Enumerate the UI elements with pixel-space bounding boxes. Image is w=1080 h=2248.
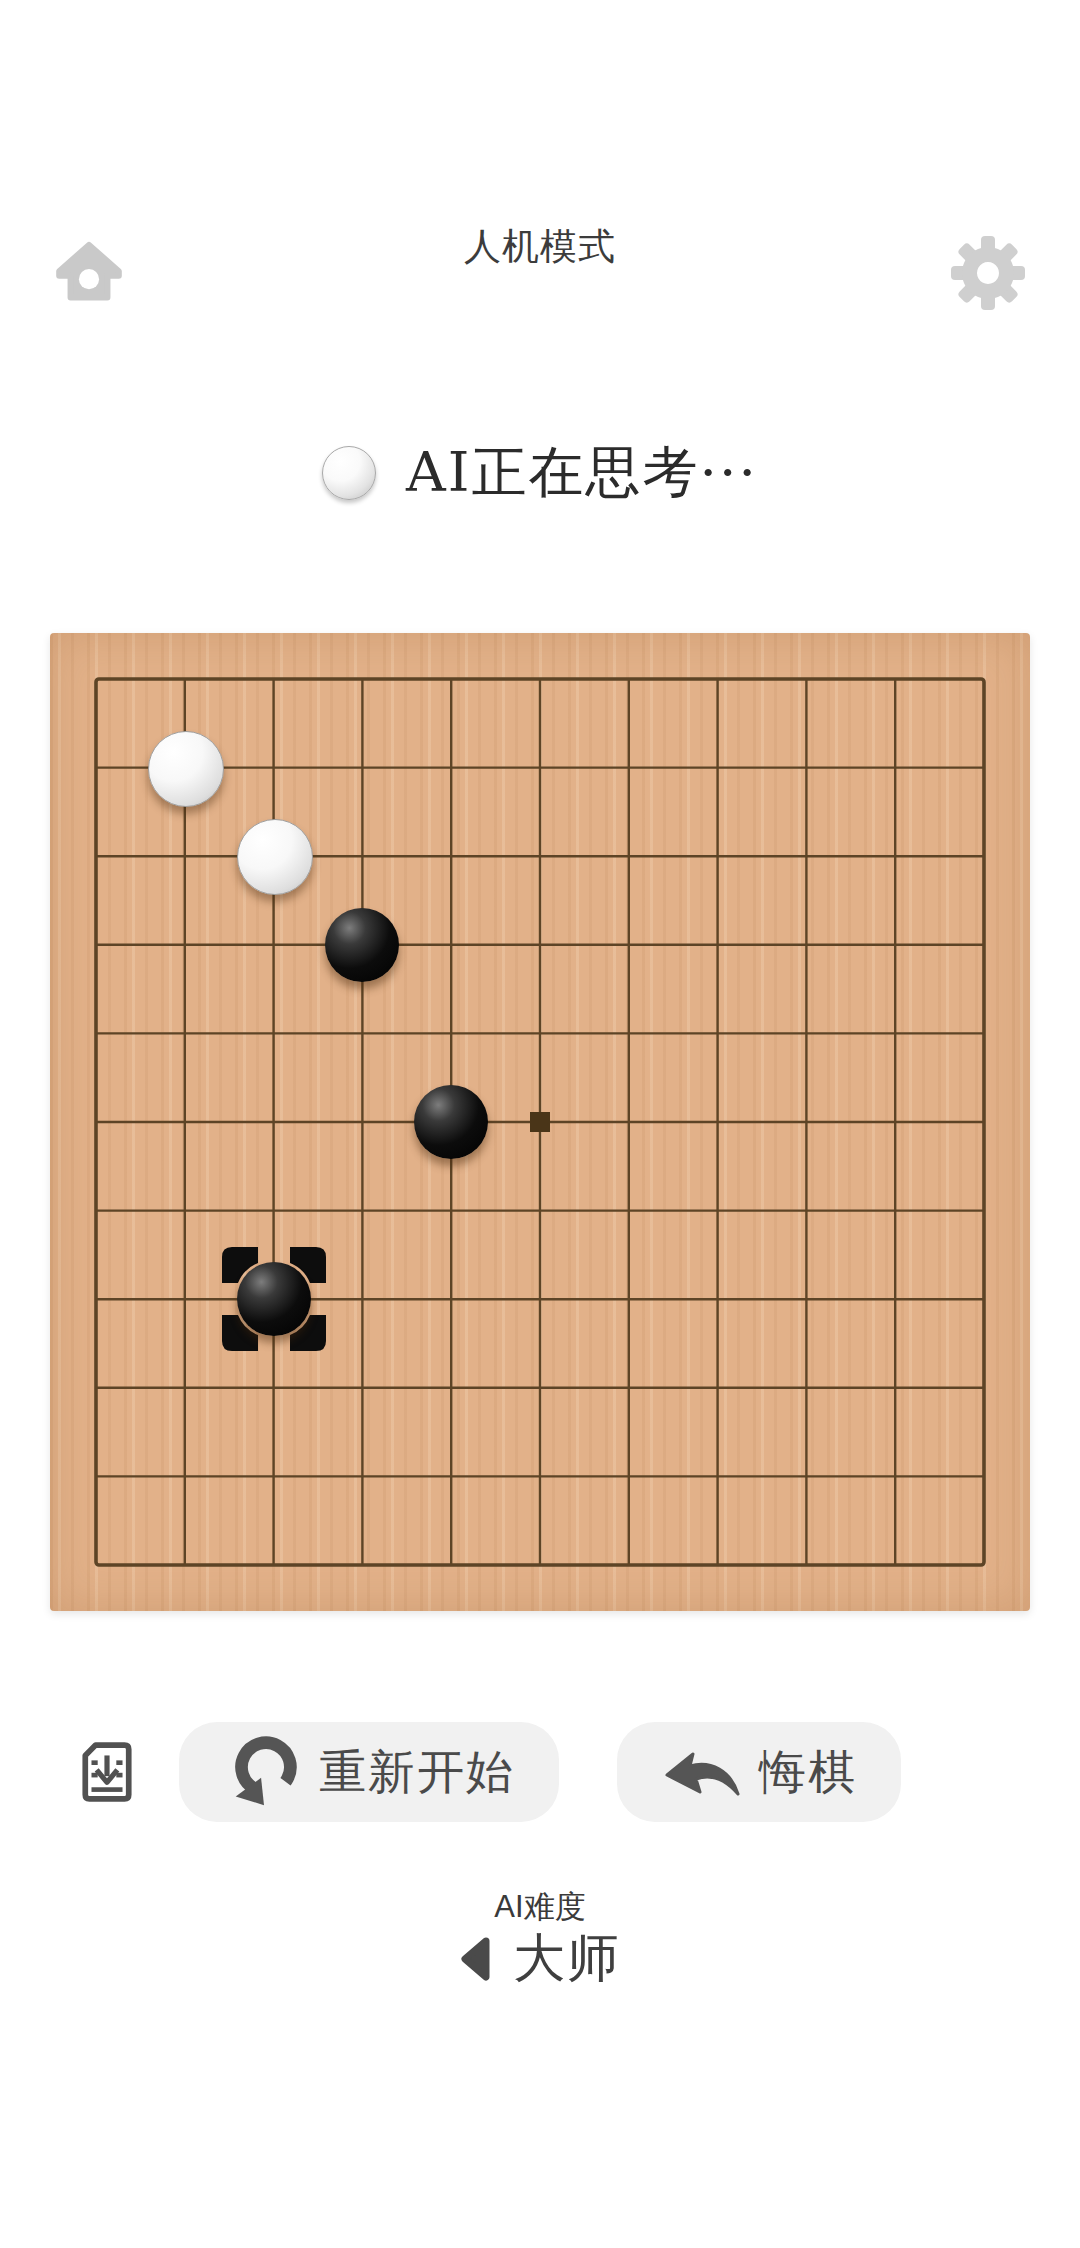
settings-button[interactable] bbox=[946, 233, 1030, 313]
status-text: AI正在思考··· bbox=[406, 436, 758, 510]
black-stone bbox=[237, 1262, 311, 1336]
ai-difficulty-selector: 大师 bbox=[0, 1924, 1080, 1994]
app-screen: 人机模式 AI正在思考··· bbox=[0, 0, 1080, 2248]
page-title: 人机模式 bbox=[0, 222, 1080, 272]
turn-status: AI正在思考··· bbox=[0, 436, 1080, 510]
white-stone bbox=[148, 731, 224, 807]
go-board[interactable] bbox=[50, 633, 1030, 1611]
button-row: 重新开始 悔棋 bbox=[0, 1722, 1080, 1822]
ai-difficulty-label: AI难度 bbox=[0, 1886, 1080, 1928]
undo-button[interactable]: 悔棋 bbox=[617, 1722, 901, 1822]
home-icon bbox=[54, 297, 124, 314]
center-star-point bbox=[530, 1112, 550, 1132]
decrease-difficulty-button[interactable] bbox=[459, 1936, 491, 1982]
restart-button[interactable]: 重新开始 bbox=[179, 1722, 559, 1822]
undo-curved-arrow-icon bbox=[661, 1737, 745, 1808]
white-stone bbox=[237, 819, 313, 895]
white-stone-icon bbox=[322, 446, 376, 500]
restart-label: 重新开始 bbox=[319, 1741, 515, 1804]
black-stone bbox=[325, 908, 399, 982]
left-triangle-icon bbox=[459, 1936, 491, 1982]
restart-circular-arrow-icon bbox=[223, 1729, 305, 1816]
gear-icon bbox=[946, 299, 1030, 316]
ai-difficulty-value: 大师 bbox=[513, 1924, 621, 1994]
controls-bar: 重新开始 悔棋 bbox=[0, 1722, 1080, 1822]
undo-label: 悔棋 bbox=[759, 1741, 857, 1804]
black-stone bbox=[414, 1085, 488, 1159]
